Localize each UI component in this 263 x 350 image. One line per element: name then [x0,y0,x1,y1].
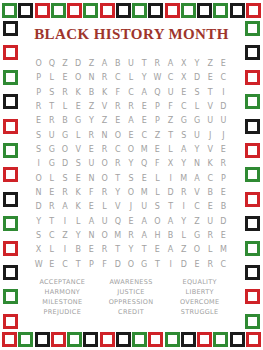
grid-cell: R [217,157,230,171]
border-square-red [165,3,180,18]
grid-cell: Y [111,186,124,200]
grid-cell: R [204,258,217,272]
border-square-green [2,3,17,18]
grid-cell: K [72,86,85,100]
grid-cell: E [204,200,217,214]
grid-cell: N [190,157,203,171]
border-square-green [67,332,82,347]
border-square-black [116,332,131,347]
grid-cell: R [85,129,98,143]
grid-cell: Y [138,71,151,85]
grid-cell: E [32,114,45,128]
grid-cell: L [45,243,58,257]
grid-cell: B [85,86,98,100]
border-square-black [148,3,163,18]
grid-cell: P [85,258,98,272]
grid-cell: R [124,100,137,114]
grid-cell: F [85,186,98,200]
grid-cell: S [177,129,190,143]
grid-cell: C [217,71,230,85]
grid-cell: L [58,100,71,114]
grid-cell: C [204,172,217,186]
grid-cell: Z [151,129,164,143]
grid-cell: L [72,215,85,229]
grid-cell: B [204,186,217,200]
grid-cell: X [177,57,190,71]
grid-cell: Z [85,57,98,71]
grid-cell: T [111,243,124,257]
grid-cell: P [32,71,45,85]
border-square-green [245,94,260,109]
grid-cell: D [72,57,85,71]
border-square-red [67,3,82,18]
border-square-green [213,3,228,18]
grid-cell: O [190,243,203,257]
grid-cell: C [138,129,151,143]
grid-cell: T [204,86,217,100]
grid-cell: Y [85,114,98,128]
border-square-black [245,119,260,134]
grid-cell: D [217,100,230,114]
border-square-red [148,332,163,347]
grid-cell: B [72,243,85,257]
grid-cell: K [72,200,85,214]
border-top [2,3,261,18]
grid-cell: R [45,200,58,214]
grid-cell: T [72,258,85,272]
word-list-item: HARMONY [28,289,97,296]
grid-cell: O [98,157,111,171]
grid-cell: N [85,172,98,186]
border-square-green [3,216,18,231]
grid-cell: O [32,172,45,186]
grid-cell: C [45,229,58,243]
border-square-black [230,332,245,347]
grid-cell: H [151,229,164,243]
border-square-black [245,45,260,60]
grid-cell: S [124,172,137,186]
grid-cell: Y [177,215,190,229]
word-search-worksheet: BLACK HISTORY MONTH OQZDZABUTRAXYZEPLEON… [0,0,263,350]
word-list-item: PREJUDICE [28,309,97,316]
grid-cell: T [164,200,177,214]
grid-cell: A [138,86,151,100]
grid-cell: E [85,243,98,257]
grid-cell: X [177,71,190,85]
grid-cell: M [217,243,230,257]
grid-cell: C [164,71,177,85]
grid-cell: O [124,186,137,200]
word-list-item: AWARENESS [97,279,166,286]
border-square-red [2,332,17,347]
word-list-item: LIBERTY [165,289,234,296]
grid-cell: J [217,129,230,143]
grid-cell: S [151,200,164,214]
grid-cell: Y [190,143,203,157]
grid-cell: E [138,114,151,128]
grid-cell: B [58,114,71,128]
border-square-red [3,45,18,60]
grid-cell: Z [164,114,177,128]
grid-cell: U [217,114,230,128]
grid-cell: G [177,114,190,128]
grid-cell: I [58,243,71,257]
grid-cell: B [164,229,177,243]
word-list-item: OPPRESSION [97,299,166,306]
grid-cell: R [151,57,164,71]
border-square-black [181,332,196,347]
grid-cell: I [177,200,190,214]
grid-cell: D [32,200,45,214]
grid-cell: Z [204,57,217,71]
grid-cell: R [124,229,137,243]
grid-cell: A [85,215,98,229]
grid-cell: R [204,229,217,243]
border-right [245,21,260,329]
word-list-item: EQUALITY [165,279,234,286]
grid-cell: J [124,200,137,214]
grid-cell: C [217,258,230,272]
grid-cell: I [32,157,45,171]
grid-cell: Z [177,243,190,257]
grid-cell: G [72,114,85,128]
grid-cell: L [45,172,58,186]
grid-cell: T [45,215,58,229]
grid-cell: N [32,186,45,200]
grid-cell: D [177,258,190,272]
grid-cell: L [72,129,85,143]
grid-cell: E [45,258,58,272]
grid-cell: I [164,172,177,186]
grid-cell: V [204,100,217,114]
grid-cell: Y [32,215,45,229]
border-bottom [2,332,261,347]
grid-cell: D [190,71,203,85]
grid-cell: S [72,157,85,171]
grid-cell: K [204,157,217,171]
grid-cell: Y [72,229,85,243]
grid-cell: E [204,71,217,85]
border-square-green [165,332,180,347]
grid-cell: Q [111,215,124,229]
grid-cell: T [138,57,151,71]
grid-cell: Y [190,57,203,71]
grid-cell: A [164,57,177,71]
grid-cell: O [72,71,85,85]
border-square-red [245,192,260,207]
grid-cell: K [98,86,111,100]
grid-cell: S [58,172,71,186]
grid-cell: R [98,243,111,257]
border-square-black [230,3,245,18]
grid-cell: V [98,100,111,114]
grid-cell: R [111,100,124,114]
grid-cell: L [190,100,203,114]
border-square-red [3,241,18,256]
border-square-red [3,119,18,134]
grid-cell: R [98,186,111,200]
grid-cell: O [58,143,71,157]
grid-cell: A [190,172,203,186]
border-square-black [116,3,131,18]
grid-cell: L [151,186,164,200]
grid-cell: R [111,157,124,171]
border-square-green [83,3,98,18]
grid-cell: U [98,215,111,229]
grid-cell: P [151,114,164,128]
grid-cell: I [164,258,177,272]
grid-cell: R [98,143,111,157]
grid-cell: D [58,157,71,171]
grid-cell: E [85,143,98,157]
word-list: ACCEPTANCEAWARENESSEQUALITYHARMONYJUSTIC… [28,279,234,316]
grid-cell: G [190,114,203,128]
grid-cell: E [111,114,124,128]
grid-cell: T [45,100,58,114]
grid-cell: Y [124,157,137,171]
grid-cell: U [164,86,177,100]
grid-cell: E [151,243,164,257]
grid-cell: E [124,129,137,143]
grid-cell: C [190,200,203,214]
grid-cell: E [138,100,151,114]
grid-cell: Z [85,100,98,114]
grid-cell: O [98,229,111,243]
grid-cell: N [85,229,98,243]
grid-cell: A [177,143,190,157]
grid-cell: Z [58,229,71,243]
grid-cell: C [177,100,190,114]
grid-cell: S [32,229,45,243]
border-square-black [3,192,18,207]
grid-cell: G [138,258,151,272]
grid-cell: E [124,215,137,229]
grid-cell: U [204,215,217,229]
grid-cell: Y [177,157,190,171]
grid-cell: U [124,57,137,71]
grid-cell: A [138,229,151,243]
grid-cell: O [98,172,111,186]
grid-cell: R [58,86,71,100]
grid-cell: L [177,229,190,243]
grid-cell: C [111,71,124,85]
grid-cell: E [217,229,230,243]
border-square-red [245,70,260,85]
grid-cell: L [124,71,137,85]
grid-cell: V [190,186,203,200]
grid-cell: A [124,114,137,128]
border-square-red [245,143,260,158]
grid-cell: T [138,243,151,257]
grid-cell: Q [45,57,58,71]
border-square-red [245,289,260,304]
border-square-red [51,332,66,347]
grid-cell: E [138,172,151,186]
grid-cell: E [85,200,98,214]
border-square-green [3,70,18,85]
word-list-item: OVERCOME [165,299,234,306]
grid-cell: A [58,200,71,214]
grid-cell: N [85,71,98,85]
grid-cell: A [164,243,177,257]
grid-cell: E [45,186,58,200]
grid-cell: B [111,57,124,71]
grid-cell: T [164,129,177,143]
border-square-red [100,3,115,18]
grid-cell: U [138,200,151,214]
grid-cell: M [111,229,124,243]
grid-cell: S [190,86,203,100]
border-left [3,21,18,329]
grid-cell: P [151,100,164,114]
grid-cell: G [45,157,58,171]
grid-cell: M [177,172,190,186]
border-square-black [18,3,33,18]
border-square-red [246,332,261,347]
grid-cell: E [217,186,230,200]
grid-cell: R [58,186,71,200]
grid-cell: M [138,143,151,157]
word-search-grid: OQZDZABUTRAXYZEPLEONRCLYWCXDECPSRKBKFCAQ… [32,57,230,272]
border-square-black [197,3,212,18]
grid-cell: E [72,172,85,186]
grid-cell: R [32,100,45,114]
grid-cell: Z [58,57,71,71]
grid-cell: D [217,215,230,229]
grid-cell: D [111,258,124,272]
border-square-green [132,3,147,18]
grid-cell: Q [151,86,164,100]
grid-cell: J [204,129,217,143]
border-square-black [245,265,260,280]
border-square-green [18,332,33,347]
word-list-item: ACCEPTANCE [28,279,97,286]
grid-cell: A [138,215,151,229]
grid-cell: E [58,71,71,85]
grid-cell: M [138,186,151,200]
grid-cell: E [217,57,230,71]
grid-cell: F [98,258,111,272]
grid-cell: R [177,186,190,200]
grid-cell: I [58,215,71,229]
grid-cell: C [124,86,137,100]
grid-cell: Z [98,114,111,128]
grid-cell: D [164,186,177,200]
grid-cell: O [32,57,45,71]
grid-cell: O [124,143,137,157]
grid-cell: U [204,114,217,128]
grid-cell: U [45,129,58,143]
grid-cell: Y [124,243,137,257]
border-square-green [51,3,66,18]
grid-cell: E [177,86,190,100]
grid-cell: T [111,172,124,186]
grid-cell: V [204,143,217,157]
grid-cell: O [111,129,124,143]
grid-cell: R [98,71,111,85]
grid-cell: G [58,129,71,143]
grid-cell: R [45,114,58,128]
grid-cell: I [217,86,230,100]
grid-cell: E [190,258,203,272]
grid-cell: E [151,143,164,157]
grid-cell: T [151,258,164,272]
grid-cell: C [111,143,124,157]
grid-cell: O [124,258,137,272]
grid-cell: Q [138,157,151,171]
grid-cell: G [190,229,203,243]
grid-cell: E [72,100,85,114]
grid-cell: G [45,143,58,157]
grid-cell: Z [190,215,203,229]
word-list-item: JUSTICE [97,289,166,296]
word-list-item: CREDIT [97,309,166,316]
grid-cell: V [72,143,85,157]
grid-cell: W [151,71,164,85]
border-square-green [213,332,228,347]
grid-cell: S [32,143,45,157]
grid-cell: S [32,129,45,143]
border-square-red [3,167,18,182]
grid-cell: F [111,86,124,100]
grid-cell: A [164,215,177,229]
grid-cell: N [98,129,111,143]
page-title: BLACK HISTORY MONTH [0,26,263,43]
grid-cell: E [217,143,230,157]
grid-cell: U [190,129,203,143]
grid-cell: L [45,71,58,85]
border-square-black [83,332,98,347]
border-square-red [35,3,50,18]
border-square-green [3,143,18,158]
grid-cell: B [217,200,230,214]
grid-cell: U [85,157,98,171]
grid-cell: L [98,200,111,214]
grid-cell: V [111,200,124,214]
grid-cell: F [164,100,177,114]
grid-cell: F [151,157,164,171]
border-square-red [246,3,261,18]
border-square-green [3,289,18,304]
word-list-item: STRUGGLE [165,309,234,316]
grid-cell: W [32,258,45,272]
border-square-black [35,332,50,347]
border-square-green [245,167,260,182]
grid-cell: X [32,243,45,257]
grid-cell: L [204,243,217,257]
border-square-black [245,216,260,231]
word-list-item: MILESTONE [28,299,97,306]
grid-cell: X [164,157,177,171]
grid-cell: C [58,258,71,272]
grid-cell: S [45,86,58,100]
border-square-green [181,3,196,18]
grid-cell: L [164,143,177,157]
border-square-black [3,94,18,109]
grid-cell: P [32,86,45,100]
border-square-green [132,332,147,347]
border-square-red [100,332,115,347]
grid-cell: A [98,57,111,71]
border-square-red [3,314,18,329]
grid-cell: P [217,172,230,186]
grid-cell: K [72,186,85,200]
border-square-red [197,332,212,347]
grid-cell: O [151,215,164,229]
border-square-green [245,314,260,329]
border-square-black [3,265,18,280]
border-square-green [245,241,260,256]
